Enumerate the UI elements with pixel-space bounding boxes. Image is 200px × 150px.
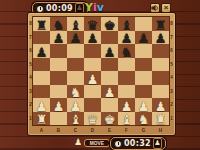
square-d6[interactable]: [84, 44, 101, 58]
square-f4[interactable]: [118, 71, 135, 85]
file-labels: ABCDEFGH: [33, 127, 169, 134]
square-g5[interactable]: [135, 58, 152, 72]
square-f3[interactable]: [118, 85, 135, 99]
square-e8[interactable]: ♚: [101, 17, 118, 31]
square-b6[interactable]: [50, 44, 67, 58]
piece-white-knight: ♞: [135, 113, 152, 126]
square-f5[interactable]: [118, 58, 135, 72]
square-h1[interactable]: ♜: [152, 112, 169, 126]
square-b7[interactable]: ♟: [50, 31, 67, 45]
square-h5[interactable]: [152, 58, 169, 72]
square-f2[interactable]: ♟: [118, 98, 135, 112]
square-d1[interactable]: ♛: [84, 112, 101, 126]
square-a4[interactable]: [33, 71, 50, 85]
square-e6[interactable]: ♟: [101, 44, 118, 58]
square-e2[interactable]: [101, 98, 118, 112]
white-side-indicator: ♟: [153, 138, 162, 149]
rank-label: 3: [29, 86, 33, 96]
move-indicator: MOVE: [84, 139, 110, 147]
square-c2[interactable]: ♟: [67, 98, 84, 112]
rank-label: 8: [170, 19, 174, 29]
square-f7[interactable]: ♟: [118, 31, 135, 45]
rank-label: 4: [170, 73, 174, 83]
rank-label: 2: [29, 100, 33, 110]
clock-icon: [36, 5, 44, 13]
square-h4[interactable]: [152, 71, 169, 85]
square-h6[interactable]: [152, 44, 169, 58]
square-e4[interactable]: [101, 71, 118, 85]
rank-label: 1: [170, 113, 174, 123]
piece-white-king: ♚: [101, 113, 118, 126]
square-g7[interactable]: ♟: [135, 31, 152, 45]
square-b8[interactable]: ♞: [50, 17, 67, 31]
square-g2[interactable]: ♟: [135, 98, 152, 112]
chess-board[interactable]: ♜♞♝♛♚♝♜♟♟♟♟♟♟♟♟♞♟♞♟♟♟♟♟♟♟♜♝♛♚♝♞♜: [33, 17, 169, 125]
square-g4[interactable]: [135, 71, 152, 85]
piece-white-rook: ♜: [33, 113, 50, 126]
square-b3[interactable]: [50, 85, 67, 99]
speaker-icon: [151, 4, 159, 12]
square-b5[interactable]: [50, 58, 67, 72]
square-c8[interactable]: ♝: [67, 17, 84, 31]
square-c7[interactable]: ♟: [67, 31, 84, 45]
square-h8[interactable]: ♜: [152, 17, 169, 31]
rank-label: 1: [29, 113, 33, 123]
file-label: C: [69, 128, 82, 133]
file-label: B: [52, 128, 65, 133]
square-a8[interactable]: ♜: [33, 17, 50, 31]
square-c1[interactable]: ♝: [67, 112, 84, 126]
file-label: H: [154, 128, 167, 133]
square-h7[interactable]: ♟: [152, 31, 169, 45]
white-clock: 00:32 ♟: [110, 137, 166, 150]
square-a2[interactable]: ♟: [33, 98, 50, 112]
rank-label: 7: [170, 32, 174, 42]
close-icon: ×: [164, 4, 169, 12]
square-c6[interactable]: [67, 44, 84, 58]
square-a5[interactable]: [33, 58, 50, 72]
black-pawn-icon: ♟: [76, 5, 82, 12]
square-e5[interactable]: [101, 58, 118, 72]
square-h3[interactable]: [152, 85, 169, 99]
file-label: G: [137, 128, 150, 133]
clock-icon: [114, 140, 122, 148]
square-a1[interactable]: ♜: [33, 112, 50, 126]
square-d3[interactable]: [84, 85, 101, 99]
square-h2[interactable]: ♟: [152, 98, 169, 112]
file-label: E: [103, 128, 116, 133]
square-c4[interactable]: [67, 71, 84, 85]
square-a3[interactable]: [33, 85, 50, 99]
square-b1[interactable]: [50, 112, 67, 126]
rank-label: 6: [170, 46, 174, 56]
sound-button[interactable]: [150, 3, 160, 13]
rank-label: 7: [29, 32, 33, 42]
rank-label: 6: [29, 46, 33, 56]
square-d8[interactable]: ♛: [84, 17, 101, 31]
square-b2[interactable]: ♟: [50, 98, 67, 112]
square-e7[interactable]: [101, 31, 118, 45]
square-g8[interactable]: [135, 17, 152, 31]
close-button[interactable]: ×: [161, 3, 171, 13]
white-turn-pawn-icon: ♟: [74, 137, 82, 147]
rank-label: 2: [170, 100, 174, 110]
file-label: A: [35, 128, 48, 133]
square-f8[interactable]: ♝: [118, 17, 135, 31]
square-f6[interactable]: ♞: [118, 44, 135, 58]
square-f1[interactable]: ♝: [118, 112, 135, 126]
square-g1[interactable]: ♞: [135, 112, 152, 126]
piece-white-bishop: ♝: [67, 113, 84, 126]
rank-label: 4: [29, 73, 33, 83]
square-b4[interactable]: [50, 71, 67, 85]
square-a7[interactable]: [33, 31, 50, 45]
rank-label: 5: [29, 59, 33, 69]
file-label: F: [120, 128, 133, 133]
square-g6[interactable]: [135, 44, 152, 58]
rank-label: 3: [170, 86, 174, 96]
chess-app-window: 00:09 ♟ Yiv × 87654321 87654321 ♜♞♝♛♚♝♜♟…: [0, 0, 200, 150]
square-c3[interactable]: ♞: [67, 85, 84, 99]
square-d4[interactable]: ♟: [84, 71, 101, 85]
rank-label: 5: [170, 59, 174, 69]
rank-label: 8: [29, 19, 33, 29]
piece-white-queen: ♛: [84, 113, 101, 126]
white-clock-time: 00:32: [124, 138, 151, 149]
rank-labels-right: 87654321: [169, 17, 174, 125]
square-e1[interactable]: ♚: [101, 112, 118, 126]
move-label: MOVE: [90, 141, 104, 146]
square-e3[interactable]: ♟: [101, 85, 118, 99]
square-a6[interactable]: ♟: [33, 44, 50, 58]
square-d5[interactable]: [84, 58, 101, 72]
chess-board-frame: 87654321 87654321 ♜♞♝♛♚♝♜♟♟♟♟♟♟♟♟♞♟♞♟♟♟♟…: [28, 13, 175, 135]
square-d7[interactable]: ♟: [84, 31, 101, 45]
piece-white-rook: ♜: [152, 113, 169, 126]
piece-white-bishop: ♝: [118, 113, 135, 126]
square-g3[interactable]: [135, 85, 152, 99]
file-label: D: [86, 128, 99, 133]
white-pawn-icon: ♟: [154, 140, 160, 147]
square-c5[interactable]: [67, 58, 84, 72]
square-d2[interactable]: [84, 98, 101, 112]
